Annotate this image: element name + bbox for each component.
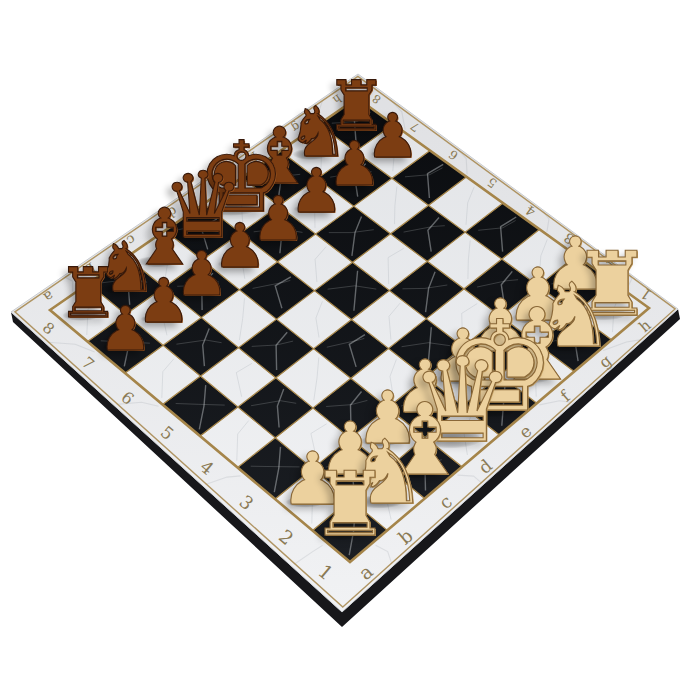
chess-set-photo: 12345678abcdefghabcdefgh12345678 ♜♞♝♛♚♝♞…: [0, 0, 700, 700]
piece-white-rook-a1[interactable]: ♜: [310, 461, 390, 550]
piece-black-pawn-a7[interactable]: ♟: [98, 297, 153, 358]
pieces-layer: ♜♞♝♛♚♝♞♜♟♟♟♟♟♟♟♟♟♟♟♟♟♟♟♟♜♞♝♛♚♝♞♜: [0, 0, 700, 700]
